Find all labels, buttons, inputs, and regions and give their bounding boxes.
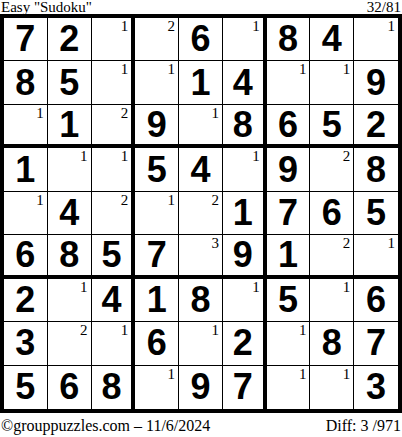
pencil-mark: 1 [121, 61, 129, 77]
cell-r7c5[interactable]: 8 [179, 279, 223, 322]
cell-r2c6[interactable]: 4 [223, 61, 267, 104]
cell-r3c5[interactable]: 1 [179, 105, 223, 148]
cell-r4c3[interactable]: 1 [92, 148, 136, 191]
given-digit: 8 [233, 107, 253, 143]
pencil-mark: 2 [168, 18, 176, 34]
given-digit: 5 [322, 107, 342, 143]
cell-r4c1[interactable]: 1 [4, 148, 48, 191]
cell-r4c8[interactable]: 2 [310, 148, 354, 191]
cell-r7c3[interactable]: 4 [92, 279, 136, 322]
pencil-mark: 1 [299, 322, 307, 338]
given-digit: 6 [366, 282, 386, 318]
cell-r6c6[interactable]: 9 [223, 235, 267, 278]
pencil-mark: 1 [299, 61, 307, 77]
cell-r9c8[interactable]: 1 [310, 366, 354, 409]
cell-r4c7[interactable]: 9 [267, 148, 311, 191]
cell-r2c4[interactable]: 1 [135, 61, 179, 104]
cell-r1c4[interactable]: 2 [135, 18, 179, 61]
cell-r6c9[interactable]: 1 [354, 235, 398, 278]
cell-r7c4[interactable]: 1 [135, 279, 179, 322]
given-digit: 6 [278, 107, 298, 143]
pencil-mark: 1 [121, 322, 129, 338]
pencil-mark: 1 [388, 235, 396, 251]
given-digit: 6 [59, 369, 79, 405]
pencil-mark: 1 [343, 366, 351, 382]
pencil-mark: 1 [252, 18, 260, 34]
cell-r5c7[interactable]: 7 [267, 192, 311, 235]
cell-r1c1[interactable]: 7 [4, 18, 48, 61]
given-digit: 7 [366, 325, 386, 361]
cell-r4c5[interactable]: 4 [179, 148, 223, 191]
cell-r5c1[interactable]: 1 [4, 192, 48, 235]
given-digit: 7 [278, 195, 298, 231]
given-digit: 5 [147, 152, 167, 188]
pencil-mark: 1 [36, 192, 44, 208]
cell-r2c2[interactable]: 5 [48, 61, 92, 104]
pencil-mark: 1 [168, 192, 176, 208]
pencil-mark: 1 [211, 322, 219, 338]
cell-r5c6[interactable]: 1 [223, 192, 267, 235]
cell-r9c6[interactable]: 7 [223, 366, 267, 409]
cell-r6c5[interactable]: 3 [179, 235, 223, 278]
given-digit: 1 [59, 107, 79, 143]
cell-r1c7[interactable]: 8 [267, 18, 311, 61]
given-digit: 7 [15, 21, 35, 57]
given-digit: 1 [15, 152, 35, 188]
pencil-mark: 1 [80, 279, 88, 295]
cell-r9c3[interactable]: 8 [92, 366, 136, 409]
pencil-mark: 1 [252, 279, 260, 295]
cell-r6c7[interactable]: 1 [267, 235, 311, 278]
cell-r8c7[interactable]: 1 [267, 322, 311, 365]
pencil-mark: 2 [121, 192, 129, 208]
cell-r6c2[interactable]: 8 [48, 235, 92, 278]
cell-r7c6[interactable]: 1 [223, 279, 267, 322]
given-digit: 8 [101, 369, 121, 405]
given-digit: 9 [190, 369, 210, 405]
cell-r2c5[interactable]: 1 [179, 61, 223, 104]
cell-r8c2[interactable]: 2 [48, 322, 92, 365]
cell-r7c1[interactable]: 2 [4, 279, 48, 322]
given-digit: 9 [233, 237, 253, 273]
cell-r6c1[interactable]: 6 [4, 235, 48, 278]
cell-r8c9[interactable]: 7 [354, 322, 398, 365]
given-digit: 1 [233, 195, 253, 231]
cell-r8c5[interactable]: 1 [179, 322, 223, 365]
given-digit: 2 [233, 325, 253, 361]
cell-r7c9[interactable]: 6 [354, 279, 398, 322]
pencil-mark: 1 [121, 148, 129, 164]
cell-r5c4[interactable]: 1 [135, 192, 179, 235]
given-digit: 1 [190, 65, 210, 101]
pencil-mark: 1 [168, 366, 176, 382]
pencil-mark: 1 [299, 366, 307, 382]
footer-copyright: ©grouppuzzles.com – 11/6/2024 [1, 417, 210, 435]
pencil-mark: 1 [168, 61, 176, 77]
pencil-mark: 2 [211, 192, 219, 208]
cell-r3c9[interactable]: 2 [354, 105, 398, 148]
given-digit: 4 [59, 195, 79, 231]
pencil-mark: 2 [80, 322, 88, 338]
page-footer: ©grouppuzzles.com – 11/6/2024 Diff: 3 /9… [0, 413, 402, 437]
pencil-mark: 1 [36, 105, 44, 121]
given-digit: 6 [15, 237, 35, 273]
cell-r1c8[interactable]: 4 [310, 18, 354, 61]
given-digit: 8 [366, 152, 386, 188]
given-digit: 1 [278, 237, 298, 273]
cell-r3c8[interactable]: 5 [310, 105, 354, 148]
given-digit: 6 [322, 195, 342, 231]
cell-r6c8[interactable]: 2 [310, 235, 354, 278]
sudoku-board: 7212618418511141191129186521115419281421… [0, 14, 402, 413]
cell-r7c2[interactable]: 1 [48, 279, 92, 322]
cell-r8c6[interactable]: 2 [223, 322, 267, 365]
pencil-mark: 1 [388, 18, 396, 34]
given-digit: 2 [15, 282, 35, 318]
pencil-mark: 1 [252, 148, 260, 164]
cell-r5c8[interactable]: 6 [310, 192, 354, 235]
cell-r4c9[interactable]: 8 [354, 148, 398, 191]
cell-r7c7[interactable]: 5 [267, 279, 311, 322]
cell-r6c3[interactable]: 5 [92, 235, 136, 278]
cell-r3c2[interactable]: 1 [48, 105, 92, 148]
cell-r1c2[interactable]: 2 [48, 18, 92, 61]
cell-r4c4[interactable]: 5 [135, 148, 179, 191]
cell-r1c3[interactable]: 1 [92, 18, 136, 61]
pencil-mark: 2 [343, 148, 351, 164]
cell-r8c1[interactable]: 3 [4, 322, 48, 365]
given-digit: 5 [101, 237, 121, 273]
pencil-mark: 1 [211, 105, 219, 121]
given-digit: 6 [147, 325, 167, 361]
cell-r7c8[interactable]: 1 [310, 279, 354, 322]
cell-r8c8[interactable]: 8 [310, 322, 354, 365]
pencil-mark: 1 [80, 148, 88, 164]
given-digit: 4 [322, 21, 342, 57]
cell-r2c3[interactable]: 1 [92, 61, 136, 104]
given-digit: 8 [59, 237, 79, 273]
given-digit: 1 [147, 282, 167, 318]
cell-r1c9[interactable]: 1 [354, 18, 398, 61]
cell-r8c4[interactable]: 6 [135, 322, 179, 365]
given-digit: 8 [15, 65, 35, 101]
pencil-mark: 3 [211, 235, 219, 251]
given-digit: 5 [366, 195, 386, 231]
cell-r9c5[interactable]: 9 [179, 366, 223, 409]
cell-r9c9[interactable]: 3 [354, 366, 398, 409]
cell-r4c2[interactable]: 1 [48, 148, 92, 191]
given-digit: 8 [278, 21, 298, 57]
given-digit: 7 [147, 237, 167, 273]
cell-r3c6[interactable]: 8 [223, 105, 267, 148]
sudoku-page: Easy "Sudoku" 32/81 72126184185111411911… [0, 0, 402, 437]
given-digit: 9 [366, 65, 386, 101]
given-digit: 5 [15, 369, 35, 405]
cell-r4c6[interactable]: 1 [223, 148, 267, 191]
cell-r2c1[interactable]: 8 [4, 61, 48, 104]
cell-r3c3[interactable]: 2 [92, 105, 136, 148]
cell-r9c7[interactable]: 1 [267, 366, 311, 409]
cell-r5c2[interactable]: 4 [48, 192, 92, 235]
given-digit: 8 [322, 325, 342, 361]
given-digit: 5 [278, 282, 298, 318]
cell-r6c4[interactable]: 7 [135, 235, 179, 278]
given-digit: 4 [190, 152, 210, 188]
given-digit: 4 [233, 65, 253, 101]
page-header: Easy "Sudoku" 32/81 [0, 0, 402, 14]
cell-r2c7[interactable]: 1 [267, 61, 311, 104]
cell-r3c7[interactable]: 6 [267, 105, 311, 148]
cell-r5c3[interactable]: 2 [92, 192, 136, 235]
given-digit: 4 [101, 282, 121, 318]
given-digit: 3 [15, 325, 35, 361]
pencil-mark: 2 [343, 235, 351, 251]
cell-r5c5[interactable]: 2 [179, 192, 223, 235]
given-digit: 5 [59, 65, 79, 101]
cell-r8c3[interactable]: 1 [92, 322, 136, 365]
cell-r3c4[interactable]: 9 [135, 105, 179, 148]
given-digit: 9 [147, 107, 167, 143]
cell-r2c8[interactable]: 1 [310, 61, 354, 104]
given-digit: 9 [278, 152, 298, 188]
cell-r3c1[interactable]: 1 [4, 105, 48, 148]
cell-r2c9[interactable]: 9 [354, 61, 398, 104]
remaining-counter: 32/81 [367, 0, 401, 14]
cell-r1c5[interactable]: 6 [179, 18, 223, 61]
cell-r9c4[interactable]: 1 [135, 366, 179, 409]
given-digit: 3 [366, 369, 386, 405]
cell-r9c2[interactable]: 6 [48, 366, 92, 409]
cell-r1c6[interactable]: 1 [223, 18, 267, 61]
given-digit: 2 [366, 107, 386, 143]
cell-r5c9[interactable]: 5 [354, 192, 398, 235]
pencil-mark: 2 [121, 105, 129, 121]
cell-r9c1[interactable]: 5 [4, 366, 48, 409]
page-title: Easy "Sudoku" [1, 0, 92, 14]
pencil-mark: 1 [343, 279, 351, 295]
pencil-mark: 1 [121, 18, 129, 34]
given-digit: 6 [190, 21, 210, 57]
footer-difficulty: Diff: 3 /971 [326, 417, 401, 435]
given-digit: 7 [233, 369, 253, 405]
given-digit: 2 [59, 21, 79, 57]
given-digit: 8 [190, 282, 210, 318]
pencil-mark: 1 [343, 61, 351, 77]
